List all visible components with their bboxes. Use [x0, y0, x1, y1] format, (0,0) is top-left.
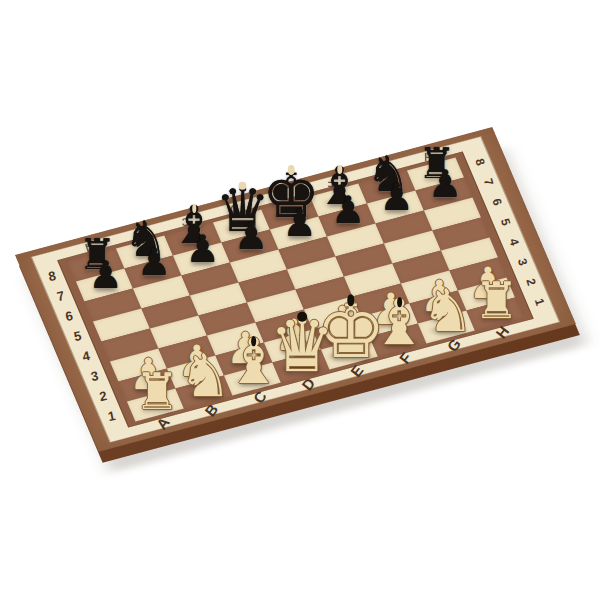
piece-finial-tip	[239, 181, 247, 189]
file-label-north-a: A	[77, 236, 99, 258]
file-label-north-h: H	[417, 145, 439, 167]
rank-label-west-8: 8	[39, 264, 65, 290]
file-label-north-e: E	[271, 184, 293, 206]
piece-finial-tip	[288, 165, 294, 175]
product-photo-scene: 1122334455667788AABBCCDDEEFFGGHH ♜♞♟♝♟♚♟…	[0, 0, 600, 600]
file-label-north-c: C	[174, 210, 196, 232]
file-label-north-d: D	[223, 197, 245, 219]
file-label-north-f: F	[320, 171, 342, 193]
file-label-north-b: B	[126, 223, 148, 245]
file-label-north-g: G	[368, 158, 390, 180]
